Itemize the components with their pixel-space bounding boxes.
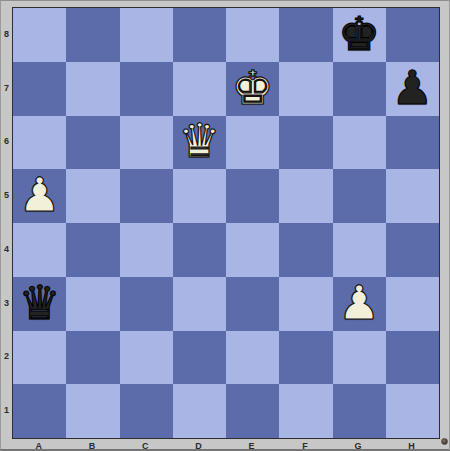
square-a8[interactable] — [13, 8, 66, 62]
square-h8[interactable] — [386, 8, 439, 62]
square-e1[interactable] — [226, 384, 279, 438]
square-d2[interactable] — [173, 331, 226, 385]
square-f3[interactable] — [279, 277, 332, 331]
square-f1[interactable] — [279, 384, 332, 438]
square-c8[interactable] — [120, 8, 173, 62]
file-label-b: B — [65, 440, 118, 451]
square-g3[interactable]: ♟ — [333, 277, 386, 331]
square-h6[interactable] — [386, 116, 439, 170]
rank-label-5: 5 — [1, 190, 12, 200]
file-label-c: C — [119, 440, 172, 451]
piece-black-king[interactable]: ♚ — [338, 10, 380, 60]
square-e7[interactable]: ♚ — [226, 62, 279, 116]
square-d5[interactable] — [173, 169, 226, 223]
square-b7[interactable] — [66, 62, 119, 116]
square-c6[interactable] — [120, 116, 173, 170]
rank-label-8: 8 — [1, 29, 12, 39]
square-a1[interactable] — [13, 384, 66, 438]
piece-black-pawn[interactable]: ♟ — [391, 64, 433, 114]
square-b1[interactable] — [66, 384, 119, 438]
square-g5[interactable] — [333, 169, 386, 223]
square-f7[interactable] — [279, 62, 332, 116]
square-b6[interactable] — [66, 116, 119, 170]
rank-label-6: 6 — [1, 136, 12, 146]
chess-app-window: ♚♚♟♛♟♛♟ 87654321ABCDEFGH — [0, 0, 450, 451]
square-c7[interactable] — [120, 62, 173, 116]
square-f5[interactable] — [279, 169, 332, 223]
square-g7[interactable] — [333, 62, 386, 116]
square-h2[interactable] — [386, 331, 439, 385]
rank-label-3: 3 — [1, 298, 12, 308]
square-a6[interactable] — [13, 116, 66, 170]
square-f2[interactable] — [279, 331, 332, 385]
square-d1[interactable] — [173, 384, 226, 438]
square-h7[interactable]: ♟ — [386, 62, 439, 116]
square-g4[interactable] — [333, 223, 386, 277]
square-f4[interactable] — [279, 223, 332, 277]
piece-white-queen[interactable]: ♛ — [178, 117, 220, 167]
square-e8[interactable] — [226, 8, 279, 62]
square-e2[interactable] — [226, 331, 279, 385]
file-label-f: F — [278, 440, 331, 451]
square-c1[interactable] — [120, 384, 173, 438]
square-b3[interactable] — [66, 277, 119, 331]
square-e4[interactable] — [226, 223, 279, 277]
square-e6[interactable] — [226, 116, 279, 170]
chess-board: ♚♚♟♛♟♛♟ — [12, 7, 440, 439]
file-label-h: H — [385, 440, 438, 451]
square-h4[interactable] — [386, 223, 439, 277]
square-d3[interactable] — [173, 277, 226, 331]
square-b2[interactable] — [66, 331, 119, 385]
rank-label-7: 7 — [1, 83, 12, 93]
piece-black-queen[interactable]: ♛ — [19, 279, 61, 329]
piece-white-pawn[interactable]: ♟ — [338, 279, 380, 329]
square-a4[interactable] — [13, 223, 66, 277]
piece-white-king[interactable]: ♚ — [232, 64, 274, 114]
square-a5[interactable]: ♟ — [13, 169, 66, 223]
square-f6[interactable] — [279, 116, 332, 170]
square-a7[interactable] — [13, 62, 66, 116]
rank-label-1: 1 — [1, 405, 12, 415]
square-d4[interactable] — [173, 223, 226, 277]
square-a3[interactable]: ♛ — [13, 277, 66, 331]
rank-label-2: 2 — [1, 351, 12, 361]
square-e3[interactable] — [226, 277, 279, 331]
square-d7[interactable] — [173, 62, 226, 116]
square-g2[interactable] — [333, 331, 386, 385]
square-c2[interactable] — [120, 331, 173, 385]
file-label-e: E — [225, 440, 278, 451]
square-b5[interactable] — [66, 169, 119, 223]
square-e5[interactable] — [226, 169, 279, 223]
square-h1[interactable] — [386, 384, 439, 438]
square-c5[interactable] — [120, 169, 173, 223]
file-label-d: D — [172, 440, 225, 451]
rank-label-4: 4 — [1, 244, 12, 254]
file-label-a: A — [12, 440, 65, 451]
square-g8[interactable]: ♚ — [333, 8, 386, 62]
square-b4[interactable] — [66, 223, 119, 277]
square-d8[interactable] — [173, 8, 226, 62]
square-c3[interactable] — [120, 277, 173, 331]
square-g1[interactable] — [333, 384, 386, 438]
square-d6[interactable]: ♛ — [173, 116, 226, 170]
square-f8[interactable] — [279, 8, 332, 62]
square-a2[interactable] — [13, 331, 66, 385]
piece-white-pawn[interactable]: ♟ — [19, 171, 61, 221]
square-c4[interactable] — [120, 223, 173, 277]
square-h5[interactable] — [386, 169, 439, 223]
square-g6[interactable] — [333, 116, 386, 170]
square-b8[interactable] — [66, 8, 119, 62]
square-h3[interactable] — [386, 277, 439, 331]
corner-dot-icon — [441, 438, 448, 445]
file-label-g: G — [332, 440, 385, 451]
